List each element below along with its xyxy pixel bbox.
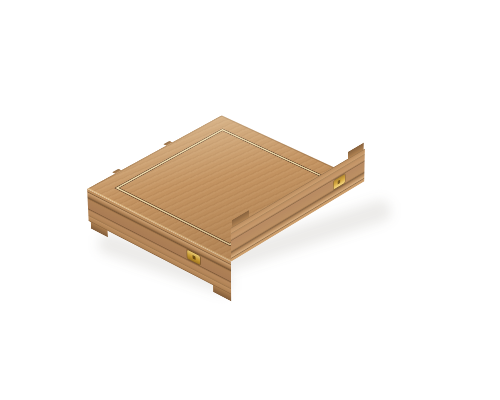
hinge-icon [112,169,122,174]
brass-clasp-front-icon [187,250,200,265]
scene [0,0,500,400]
product-photo [0,0,500,400]
bracket-foot [213,285,231,301]
hinge-icon [163,141,173,146]
bracket-foot [348,143,364,159]
bracket-foot [91,222,108,237]
brass-clasp-right-icon [334,174,345,189]
